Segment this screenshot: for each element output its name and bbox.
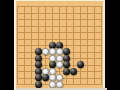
letterbox-left <box>0 0 14 90</box>
black-stone <box>70 68 77 75</box>
screenshot-canvas <box>0 0 120 90</box>
black-stone <box>35 81 42 88</box>
white-stone <box>42 48 49 55</box>
black-stone <box>42 74 49 81</box>
go-board[interactable] <box>14 0 105 90</box>
white-stone <box>56 81 63 88</box>
go-grid <box>16 1 103 90</box>
white-stone <box>56 61 63 68</box>
grid-vline <box>87 6 88 85</box>
white-stone <box>49 81 56 88</box>
black-stone <box>63 68 70 75</box>
letterbox-right <box>105 0 120 90</box>
grid-vline <box>80 6 81 85</box>
grid-hline <box>17 71 102 72</box>
grid-vline <box>94 6 95 85</box>
black-stone <box>77 61 84 68</box>
board-bottom-edge <box>16 88 107 90</box>
grid-vline <box>101 6 102 85</box>
